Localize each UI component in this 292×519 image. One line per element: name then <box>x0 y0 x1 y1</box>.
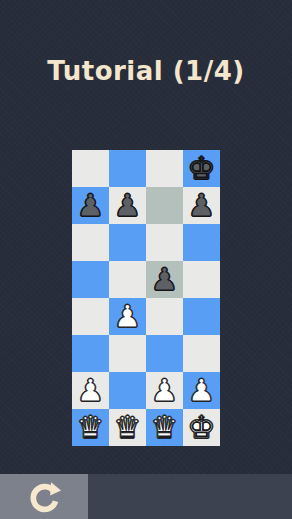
square-d7[interactable]: ♟ <box>183 187 220 224</box>
piece-white-queen-b1: ♛ <box>109 409 146 446</box>
square-a8[interactable] <box>72 150 109 187</box>
square-a7[interactable]: ♟ <box>72 187 109 224</box>
piece-black-pawn-a7: ♟ <box>72 187 109 224</box>
piece-black-pawn-c5: ♟ <box>146 261 183 298</box>
piece-white-pawn-c2: ♟ <box>146 372 183 409</box>
square-d5[interactable] <box>183 261 220 298</box>
piece-white-pawn-a2: ♟ <box>72 372 109 409</box>
square-b5[interactable] <box>109 261 146 298</box>
square-c4[interactable] <box>146 298 183 335</box>
square-c3[interactable] <box>146 335 183 372</box>
square-d2[interactable]: ♟ <box>183 372 220 409</box>
square-a2[interactable]: ♟ <box>72 372 109 409</box>
square-a3[interactable] <box>72 335 109 372</box>
square-c7[interactable] <box>146 187 183 224</box>
piece-black-king-d8: ♚ <box>183 150 220 187</box>
square-d3[interactable] <box>183 335 220 372</box>
square-b7[interactable]: ♟ <box>109 187 146 224</box>
square-a4[interactable] <box>72 298 109 335</box>
square-b4[interactable]: ♟ <box>109 298 146 335</box>
square-a1[interactable]: ♛ <box>72 409 109 446</box>
piece-black-pawn-b7: ♟ <box>109 187 146 224</box>
piece-white-queen-c1: ♛ <box>146 409 183 446</box>
square-d1[interactable]: ♚ <box>183 409 220 446</box>
restart-icon <box>27 480 61 514</box>
app-screen: Tutorial (1/4) ♚♟♟♟♟♟♟♟♟♛♛♛♚ <box>0 0 292 519</box>
footer-bar <box>0 474 292 519</box>
square-b6[interactable] <box>109 224 146 261</box>
square-b2[interactable] <box>109 372 146 409</box>
square-a6[interactable] <box>72 224 109 261</box>
piece-black-pawn-d7: ♟ <box>183 187 220 224</box>
square-c8[interactable] <box>146 150 183 187</box>
square-c6[interactable] <box>146 224 183 261</box>
square-a5[interactable] <box>72 261 109 298</box>
piece-white-king-d1: ♚ <box>183 409 220 446</box>
square-c1[interactable]: ♛ <box>146 409 183 446</box>
square-b1[interactable]: ♛ <box>109 409 146 446</box>
square-d6[interactable] <box>183 224 220 261</box>
chess-board: ♚♟♟♟♟♟♟♟♟♛♛♛♚ <box>72 150 220 446</box>
square-c2[interactable]: ♟ <box>146 372 183 409</box>
piece-white-pawn-d2: ♟ <box>183 372 220 409</box>
page-title: Tutorial (1/4) <box>0 56 292 86</box>
restart-button[interactable] <box>0 474 88 519</box>
piece-white-queen-a1: ♛ <box>72 409 109 446</box>
square-b3[interactable] <box>109 335 146 372</box>
square-c5[interactable]: ♟ <box>146 261 183 298</box>
square-d8[interactable]: ♚ <box>183 150 220 187</box>
square-d4[interactable] <box>183 298 220 335</box>
piece-white-pawn-b4: ♟ <box>109 298 146 335</box>
square-b8[interactable] <box>109 150 146 187</box>
